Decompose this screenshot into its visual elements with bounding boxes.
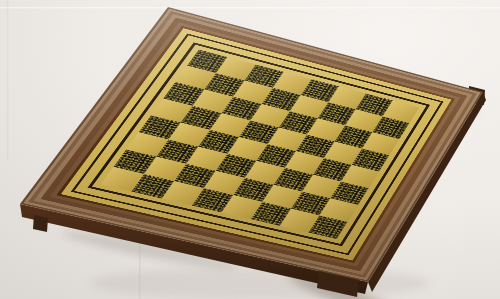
- pinstripe-border: [71, 34, 444, 256]
- backdrop-seam-top: [0, 7, 500, 8]
- board-foot-left: [33, 215, 48, 232]
- product-photo-scene: [0, 0, 500, 299]
- playing-field-border: [88, 42, 431, 246]
- chess-board-grid: [101, 49, 419, 239]
- backdrop-seam-left: [7, 0, 8, 160]
